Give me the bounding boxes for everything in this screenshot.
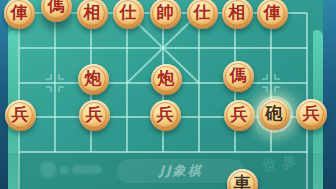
piece-character: 相	[84, 4, 101, 21]
piece-red-cannon[interactable]: 炮	[78, 64, 109, 95]
piece-red-advisor[interactable]: 仕	[113, 0, 144, 29]
piece-red-general[interactable]: 帥	[150, 0, 181, 29]
piece-red-cannon[interactable]: 炮	[151, 64, 182, 95]
piece-character: 兵	[231, 106, 248, 123]
piece-red-soldier[interactable]: 兵	[224, 100, 255, 131]
piece-character: 砲	[266, 105, 283, 122]
faint-watermark-right: 世界	[262, 153, 308, 189]
xiangqi-game-screenshot: 俥傌相仕帥仕相俥炮炮傌兵兵兵兵兵砲車 JJ象棋 世界	[0, 0, 336, 189]
piece-red-soldier[interactable]: 兵	[150, 100, 181, 131]
piece-red-elephant[interactable]: 相	[222, 0, 253, 29]
piece-red-elephant[interactable]: 相	[77, 0, 108, 29]
piece-red-advisor[interactable]: 仕	[187, 0, 218, 29]
piece-character: 兵	[12, 106, 29, 123]
jj-xiangqi-watermark: JJ象棋	[117, 159, 245, 183]
piece-character: 炮	[85, 70, 102, 87]
piece-character: 傌	[48, 0, 65, 14]
piece-character: 傌	[230, 67, 247, 84]
piece-character: 炮	[158, 70, 175, 87]
piece-character: 俥	[11, 4, 28, 21]
piece-character: 俥	[264, 4, 281, 21]
piece-character: 兵	[157, 106, 174, 123]
piece-red-soldier[interactable]: 兵	[296, 99, 327, 130]
faint-watermark-left-text	[72, 165, 102, 174]
faint-watermark-left-dot	[60, 166, 69, 174]
piece-black-cannon[interactable]: 砲	[259, 99, 290, 130]
piece-red-chariot[interactable]: 俥	[257, 0, 288, 29]
piece-character: 帥	[157, 4, 174, 21]
piece-red-chariot[interactable]: 俥	[4, 0, 35, 29]
piece-red-soldier[interactable]: 兵	[5, 100, 36, 131]
piece-character: 仕	[120, 4, 137, 21]
piece-character: 兵	[303, 105, 320, 122]
piece-character: 仕	[194, 4, 211, 21]
piece-character: 兵	[86, 106, 103, 123]
piece-red-soldier[interactable]: 兵	[79, 100, 110, 131]
watermark-label: JJ象棋	[159, 162, 203, 180]
piece-red-horse[interactable]: 傌	[223, 61, 254, 92]
piece-character: 相	[229, 4, 246, 21]
